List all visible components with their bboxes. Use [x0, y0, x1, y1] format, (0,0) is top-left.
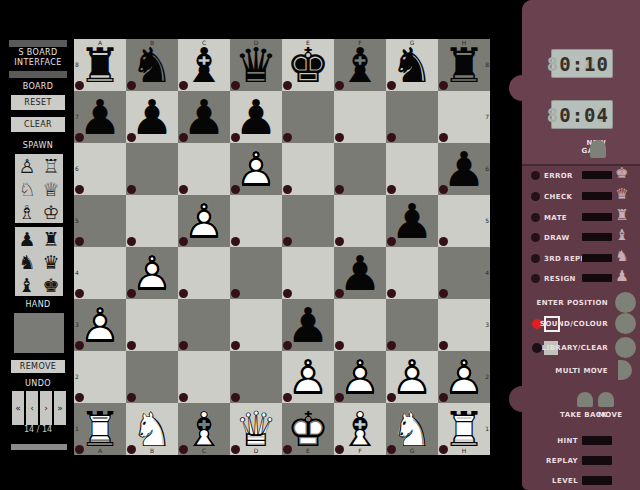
square-b6[interactable]	[126, 143, 178, 195]
library-clear-label: LIBRARY/CLEAR	[542, 344, 608, 352]
sensor-dot	[439, 237, 448, 246]
square-c4[interactable]	[178, 247, 230, 299]
undo-controls: « ‹ › »	[12, 391, 66, 425]
sensor-dot	[127, 341, 136, 350]
undo-last-button[interactable]: »	[54, 391, 66, 425]
move-label: MOVE	[598, 411, 623, 419]
piece-white-pawn: ♙	[438, 351, 490, 403]
indicator-row-draw: DRAW ♝	[522, 230, 640, 246]
check-led	[531, 192, 540, 201]
library-clear-row: LIBRARY/CLEAR	[522, 337, 640, 359]
piece-white-pawn: ♙	[282, 351, 334, 403]
undo-back-button[interactable]: ‹	[26, 391, 38, 425]
piece-black-bishop: ♝	[334, 39, 386, 91]
enter-position-button[interactable]	[615, 292, 636, 313]
square-g6[interactable]	[386, 143, 438, 195]
square-h3[interactable]: 3	[438, 299, 490, 351]
square-a5[interactable]: 5	[74, 195, 126, 247]
piece-white-pawn: ♙	[230, 143, 282, 195]
sensor-dot	[75, 185, 84, 194]
multi-move-row: MULTI MOVE	[522, 360, 640, 382]
piece-white-bishop: ♗	[178, 403, 230, 455]
square-a7[interactable]: 7♟	[74, 91, 126, 143]
knight-icon: ♞	[612, 247, 632, 265]
rank-label: 3	[485, 322, 489, 328]
spawn-black-tray: ♟♜♞♛♝♚	[15, 227, 63, 296]
square-e1[interactable]: E♚♔	[282, 403, 334, 455]
spawn-black-pawn[interactable]: ♟	[15, 227, 39, 250]
replay-label: REPLAY	[546, 457, 578, 465]
error-label: ERROR	[544, 172, 573, 180]
square-e8[interactable]: E♚	[282, 39, 334, 91]
square-h6[interactable]: 6♟	[438, 143, 490, 195]
square-f3[interactable]	[334, 299, 386, 351]
square-c2[interactable]	[178, 351, 230, 403]
multi-move-button[interactable]	[618, 360, 632, 380]
resign-label: RESIGN	[544, 275, 576, 283]
replay-button[interactable]	[582, 456, 612, 465]
square-d8[interactable]: D♛	[230, 39, 282, 91]
mate-button[interactable]	[582, 213, 612, 221]
square-c3[interactable]	[178, 299, 230, 351]
piece-white-knight: ♘	[386, 403, 438, 455]
square-b1[interactable]: B♞♘	[126, 403, 178, 455]
square-d7[interactable]: ♟	[230, 91, 282, 143]
hint-button[interactable]	[582, 436, 612, 445]
spawn-black-queen[interactable]: ♛	[39, 250, 63, 273]
sensor-dot	[179, 341, 188, 350]
spawn-white-king[interactable]: ♔	[39, 200, 63, 223]
sensor-dot	[283, 185, 292, 194]
resign-led	[531, 274, 540, 283]
piece-black-pawn: ♟	[282, 299, 334, 351]
piece-black-knight: ♞	[386, 39, 438, 91]
square-c6[interactable]	[178, 143, 230, 195]
rank-label: 6	[75, 166, 79, 172]
square-a8[interactable]: A8♜	[74, 39, 126, 91]
sensor-dot	[335, 133, 344, 142]
sensor-dot	[179, 289, 188, 298]
piece-white-rook: ♖	[438, 403, 490, 455]
square-h2[interactable]: 2♟♙	[438, 351, 490, 403]
piece-white-pawn: ♙	[74, 299, 126, 351]
mate-led	[531, 213, 540, 222]
undo-first-button[interactable]: «	[12, 391, 24, 425]
undo-label: UNDO	[0, 379, 76, 388]
square-e3[interactable]: ♟	[282, 299, 334, 351]
sound-colour-button[interactable]	[615, 313, 636, 334]
piece-black-rook: ♜	[74, 39, 126, 91]
rank-label: 7	[485, 114, 489, 120]
move-button[interactable]	[598, 392, 614, 407]
square-d2[interactable]	[230, 351, 282, 403]
piece-black-bishop: ♝	[178, 39, 230, 91]
square-g8[interactable]: G♞	[386, 39, 438, 91]
level-button[interactable]	[582, 476, 612, 485]
square-e4[interactable]	[282, 247, 334, 299]
sidebar-title-line1: S BOARD	[0, 48, 76, 57]
square-e7[interactable]	[282, 91, 334, 143]
sensor-dot	[231, 289, 240, 298]
spawn-black-bishop[interactable]: ♝	[15, 273, 39, 296]
square-d3[interactable]	[230, 299, 282, 351]
multi-move-label: MULTI MOVE	[555, 367, 608, 375]
library-clear-button[interactable]	[615, 337, 636, 358]
board-section-label: BOARD	[0, 82, 76, 91]
draw-button[interactable]	[582, 233, 612, 241]
level-label: LEVEL	[552, 477, 578, 485]
square-a2[interactable]: 2	[74, 351, 126, 403]
hand-label: HAND	[0, 300, 76, 309]
rank-label: 4	[75, 270, 79, 276]
piece-white-king: ♔	[282, 403, 334, 455]
undo-forward-button[interactable]: ›	[40, 391, 52, 425]
spawn-white-rook[interactable]: ♖	[39, 154, 63, 177]
square-a4[interactable]: 4	[74, 247, 126, 299]
pawn-icon: ♟	[612, 267, 632, 285]
mate-label: MATE	[544, 214, 567, 222]
hint-row: HINT	[522, 436, 640, 448]
piece-white-knight: ♘	[126, 403, 178, 455]
library-clear-led	[532, 343, 542, 353]
error-led	[531, 171, 540, 180]
queen-icon: ♛	[612, 185, 632, 203]
sidebar-title-line2: INTERFACE	[0, 58, 76, 67]
remove-button[interactable]: REMOVE	[11, 360, 65, 373]
square-b7[interactable]: ♟	[126, 91, 178, 143]
square-a6[interactable]: 6	[74, 143, 126, 195]
square-h7[interactable]: 7	[438, 91, 490, 143]
clear-button[interactable]: CLEAR	[11, 117, 65, 132]
square-g7[interactable]	[386, 91, 438, 143]
square-g2[interactable]: ♟♙	[386, 351, 438, 403]
clock-display-player: 88:88 0:04	[551, 100, 613, 129]
rank-label: 5	[485, 218, 489, 224]
indicator-row-check: CHECK ♛	[522, 189, 640, 205]
square-h8[interactable]: H8♜	[438, 39, 490, 91]
piece-black-king: ♚	[282, 39, 334, 91]
bishop-icon: ♝	[612, 226, 632, 244]
spawn-black-rook[interactable]: ♜	[39, 227, 63, 250]
piece-black-queen: ♛	[230, 39, 282, 91]
replay-row: REPLAY	[522, 456, 640, 468]
square-h1[interactable]: H1♜♖	[438, 403, 490, 455]
resign-button[interactable]	[582, 274, 612, 282]
square-c5[interactable]: ♟♙	[178, 195, 230, 247]
piece-black-pawn: ♟	[334, 247, 386, 299]
piece-black-pawn: ♟	[230, 91, 282, 143]
reset-button[interactable]: RESET	[11, 95, 65, 110]
clock-top-value: 0:10	[559, 53, 609, 75]
rank-label: 2	[75, 374, 79, 380]
piece-white-pawn: ♙	[178, 195, 230, 247]
square-e6[interactable]	[282, 143, 334, 195]
square-g1[interactable]: G♞♘	[386, 403, 438, 455]
square-c1[interactable]: C♝♗	[178, 403, 230, 455]
square-c8[interactable]: C♝	[178, 39, 230, 91]
spawn-black-knight[interactable]: ♞	[15, 250, 39, 273]
sound-colour-row: SOUND/COLOUR	[522, 313, 640, 335]
square-d5[interactable]	[230, 195, 282, 247]
piece-white-pawn: ♙	[386, 351, 438, 403]
piece-white-pawn: ♙	[334, 351, 386, 403]
sound-colour-label: SOUND/COLOUR	[540, 320, 608, 328]
spawn-black-king[interactable]: ♚	[39, 273, 63, 296]
take-back-button[interactable]	[577, 392, 593, 407]
chess-computer-window: S BOARD INTERFACE BOARD RESET CLEAR SPAW…	[0, 0, 640, 490]
square-e2[interactable]: ♟♙	[282, 351, 334, 403]
piece-black-pawn: ♟	[386, 195, 438, 247]
square-b2[interactable]	[126, 351, 178, 403]
spawn-white-pawn[interactable]: ♙	[15, 154, 39, 177]
piece-black-rook: ♜	[438, 39, 490, 91]
square-b4[interactable]: ♟♙	[126, 247, 178, 299]
square-g4[interactable]	[386, 247, 438, 299]
piece-black-pawn: ♟	[126, 91, 178, 143]
sensor-dot	[231, 341, 240, 350]
spawn-white-bishop[interactable]: ♗	[15, 200, 39, 223]
sensor-dot	[283, 237, 292, 246]
sensor-dot	[231, 237, 240, 246]
sensor-dot	[387, 133, 396, 142]
square-d1[interactable]: D♛♕	[230, 403, 282, 455]
divider	[9, 40, 67, 47]
divider	[11, 444, 67, 450]
rook-icon: ♜	[612, 206, 632, 224]
3rd-repet-button[interactable]	[582, 254, 612, 262]
panel-bump	[509, 386, 535, 412]
piece-white-bishop: ♗	[334, 403, 386, 455]
rank-label: 5	[75, 218, 79, 224]
check-button[interactable]	[582, 192, 612, 200]
square-e5[interactable]	[282, 195, 334, 247]
sensor-dot	[127, 185, 136, 194]
sensor-dot	[75, 237, 84, 246]
piece-black-knight: ♞	[126, 39, 178, 91]
indicator-row-error: ERROR ♚	[522, 168, 640, 184]
square-f4[interactable]: ♟	[334, 247, 386, 299]
spawn-white-knight[interactable]: ♘	[15, 177, 39, 200]
indicator-row-mate: MATE ♜	[522, 210, 640, 226]
enter-position-label: ENTER POSITION	[536, 299, 608, 307]
square-b5[interactable]	[126, 195, 178, 247]
piece-white-rook: ♖	[74, 403, 126, 455]
spawn-label: SPAWN	[0, 141, 76, 150]
piece-white-pawn: ♙	[126, 247, 178, 299]
3rd-repet-led	[531, 254, 540, 263]
square-a1[interactable]: A1♜♖	[74, 403, 126, 455]
sensor-dot	[335, 185, 344, 194]
piece-black-pawn: ♟	[438, 143, 490, 195]
indicator-row-resign: RESIGN ♟	[522, 271, 640, 287]
sensor-dot	[387, 289, 396, 298]
clock-display-opponent: 88:88 0:10	[551, 49, 613, 78]
square-a3[interactable]: 3♟♙	[74, 299, 126, 351]
spawn-white-tray: ♙♖♘♕♗♔	[15, 154, 63, 223]
chess-board: A8♜B♞C♝D♛E♚F♝G♞H8♜7♟♟♟♟76♟♙6♟5♟♙♟54♟♙♟43…	[74, 39, 490, 455]
sensor-dot	[439, 289, 448, 298]
square-h4[interactable]: 4	[438, 247, 490, 299]
error-button[interactable]	[582, 171, 612, 179]
square-g3[interactable]	[386, 299, 438, 351]
draw-led	[531, 233, 540, 242]
piece-black-pawn: ♟	[178, 91, 230, 143]
square-f6[interactable]	[334, 143, 386, 195]
piece-white-queen: ♕	[230, 403, 282, 455]
square-d4[interactable]	[230, 247, 282, 299]
square-f8[interactable]: F♝	[334, 39, 386, 91]
square-f2[interactable]: ♟♙	[334, 351, 386, 403]
sidebar: S BOARD INTERFACE BOARD RESET CLEAR SPAW…	[0, 0, 72, 490]
move-counter: 14 / 14	[0, 425, 76, 434]
panel-bump	[509, 75, 535, 101]
indicator-row-3rd-repet: 3RD REPET ♞	[522, 251, 640, 267]
square-b8[interactable]: B♞	[126, 39, 178, 91]
clock-bottom-value: 0:04	[559, 104, 609, 126]
sensor-dot	[283, 133, 292, 142]
piece-black-pawn: ♟	[74, 91, 126, 143]
hint-label: HINT	[557, 437, 578, 445]
hand-slot[interactable]	[14, 313, 64, 353]
king-icon: ♚	[612, 164, 632, 182]
rank-label: 4	[485, 270, 489, 276]
check-label: CHECK	[544, 193, 572, 201]
square-c7[interactable]: ♟	[178, 91, 230, 143]
level-row: LEVEL	[522, 476, 640, 488]
square-b3[interactable]	[126, 299, 178, 351]
control-panel: 88:88 0:10 88:88 0:04 NEW GAME ERROR ♚ C…	[522, 0, 640, 490]
square-h5[interactable]: 5	[438, 195, 490, 247]
square-f5[interactable]	[334, 195, 386, 247]
draw-label: DRAW	[544, 234, 570, 242]
square-d6[interactable]: ♟♙	[230, 143, 282, 195]
divider	[9, 71, 67, 78]
square-f1[interactable]: F♝♗	[334, 403, 386, 455]
enter-position-row: ENTER POSITION	[522, 292, 640, 314]
square-f7[interactable]	[334, 91, 386, 143]
square-g5[interactable]: ♟	[386, 195, 438, 247]
new-game-button[interactable]	[590, 140, 606, 158]
spawn-white-queen[interactable]: ♕	[39, 177, 63, 200]
